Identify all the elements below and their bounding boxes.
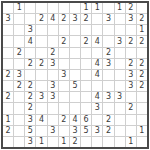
puzzle-grid: 1111232423233231422432222222343222334322… — [1, 1, 149, 149]
cell-r12c8[interactable] — [92, 137, 102, 147]
cell-r11c9[interactable]: 2 — [103, 126, 113, 136]
cell-r7c4[interactable]: 3 — [48, 81, 58, 91]
cell-r7c3[interactable] — [36, 81, 46, 91]
cell-r4c6[interactable] — [70, 48, 80, 58]
cell-r10c4[interactable] — [48, 115, 58, 125]
cell-r1c4[interactable]: 4 — [48, 14, 58, 24]
cell-r2c5[interactable] — [59, 25, 69, 35]
cell-r5c6[interactable] — [70, 59, 80, 69]
cell-r10c8[interactable] — [92, 115, 102, 125]
cell-r1c12[interactable]: 2 — [137, 14, 147, 24]
cell-r8c4[interactable]: 3 — [48, 92, 58, 102]
cell-r10c10[interactable] — [115, 115, 125, 125]
cell-r5c3[interactable]: 2 — [36, 59, 46, 69]
cell-r7c11[interactable]: 3 — [126, 81, 136, 91]
cell-r6c2[interactable] — [25, 70, 35, 80]
cell-r12c0[interactable] — [3, 137, 13, 147]
cell-r10c5[interactable]: 2 — [59, 115, 69, 125]
cell-r0c12[interactable] — [137, 3, 147, 13]
cell-r11c5[interactable] — [59, 126, 69, 136]
cell-r8c3[interactable]: 3 — [36, 92, 46, 102]
cell-r0c10[interactable]: 1 — [115, 3, 125, 13]
cell-r5c9[interactable]: 3 — [103, 59, 113, 69]
cell-r2c4[interactable] — [48, 25, 58, 35]
cell-r6c10[interactable] — [115, 70, 125, 80]
cell-r6c0[interactable]: 2 — [3, 70, 13, 80]
cell-r8c11[interactable] — [126, 92, 136, 102]
cell-r11c8[interactable]: 3 — [92, 126, 102, 136]
cell-r7c6[interactable]: 5 — [70, 81, 80, 91]
cell-r9c4[interactable] — [48, 103, 58, 113]
cell-r2c0[interactable] — [3, 25, 13, 35]
cell-r12c3[interactable]: 1 — [36, 137, 46, 147]
cell-r7c5[interactable] — [59, 81, 69, 91]
cell-r11c12[interactable]: 1 — [137, 126, 147, 136]
cell-r8c1[interactable] — [14, 92, 24, 102]
cell-r9c11[interactable]: 2 — [126, 103, 136, 113]
cell-r4c5[interactable] — [59, 48, 69, 58]
cell-r2c10[interactable] — [115, 25, 125, 35]
cell-r10c2[interactable]: 3 — [25, 115, 35, 125]
cell-r3c0[interactable] — [3, 36, 13, 46]
cell-r7c8[interactable] — [92, 81, 102, 91]
cell-r3c11[interactable]: 2 — [126, 36, 136, 46]
cell-r0c9[interactable] — [103, 3, 113, 13]
cell-r9c5[interactable] — [59, 103, 69, 113]
cell-r2c8[interactable] — [92, 25, 102, 35]
cell-r9c1[interactable] — [14, 103, 24, 113]
cell-r10c11[interactable] — [126, 115, 136, 125]
cell-r5c2[interactable]: 2 — [25, 59, 35, 69]
cell-r6c12[interactable]: 2 — [137, 70, 147, 80]
cell-r8c0[interactable]: 2 — [3, 92, 13, 102]
cell-r9c8[interactable]: 3 — [92, 103, 102, 113]
cell-r8c7[interactable] — [81, 92, 91, 102]
cell-r3c6[interactable] — [70, 36, 80, 46]
cell-r3c2[interactable]: 4 — [25, 36, 35, 46]
cell-r1c1[interactable] — [14, 14, 24, 24]
cell-r6c8[interactable]: 4 — [92, 70, 102, 80]
cell-r10c1[interactable] — [14, 115, 24, 125]
cell-r0c4[interactable] — [48, 3, 58, 13]
cell-r2c6[interactable] — [70, 25, 80, 35]
cell-r1c11[interactable]: 3 — [126, 14, 136, 24]
cell-r5c12[interactable]: 2 — [137, 59, 147, 69]
cell-r3c8[interactable]: 4 — [92, 36, 102, 46]
cell-r0c8[interactable]: 1 — [92, 3, 102, 13]
cell-r8c2[interactable]: 2 — [25, 92, 35, 102]
cell-r2c9[interactable] — [103, 25, 113, 35]
cell-r2c2[interactable]: 3 — [25, 25, 35, 35]
cell-r6c6[interactable] — [70, 70, 80, 80]
cell-r10c12[interactable] — [137, 115, 147, 125]
cell-r2c12[interactable]: 1 — [137, 25, 147, 35]
cell-r0c3[interactable] — [36, 3, 46, 13]
cell-r5c10[interactable] — [115, 59, 125, 69]
cell-r0c11[interactable]: 2 — [126, 3, 136, 13]
cell-r12c2[interactable]: 3 — [25, 137, 35, 147]
cell-r8c12[interactable] — [137, 92, 147, 102]
cell-r3c5[interactable]: 2 — [59, 36, 69, 46]
cell-r4c12[interactable] — [137, 48, 147, 58]
cell-r9c9[interactable] — [103, 103, 113, 113]
cell-r0c6[interactable] — [70, 3, 80, 13]
cell-r10c7[interactable]: 6 — [81, 115, 91, 125]
cell-r8c9[interactable]: 3 — [103, 92, 113, 102]
cell-r4c11[interactable] — [126, 48, 136, 58]
cell-r7c2[interactable]: 2 — [25, 81, 35, 91]
cell-r4c0[interactable] — [3, 48, 13, 58]
cell-r1c9[interactable]: 3 — [103, 14, 113, 24]
cell-r7c10[interactable] — [115, 81, 125, 91]
cell-r9c6[interactable] — [70, 103, 80, 113]
cell-r12c6[interactable]: 2 — [70, 137, 80, 147]
cell-r4c10[interactable] — [115, 48, 125, 58]
cell-r2c11[interactable] — [126, 25, 136, 35]
cell-r9c7[interactable] — [81, 103, 91, 113]
cell-r2c1[interactable] — [14, 25, 24, 35]
cell-r11c2[interactable]: 5 — [25, 126, 35, 136]
cell-r1c3[interactable]: 2 — [36, 14, 46, 24]
cell-r7c12[interactable]: 2 — [137, 81, 147, 91]
cell-r12c1[interactable] — [14, 137, 24, 147]
cell-r5c8[interactable]: 4 — [92, 59, 102, 69]
cell-r3c3[interactable] — [36, 36, 46, 46]
cell-r3c10[interactable]: 3 — [115, 36, 125, 46]
cell-r3c4[interactable] — [48, 36, 58, 46]
cell-r7c1[interactable]: 2 — [14, 81, 24, 91]
cell-r8c5[interactable] — [59, 92, 69, 102]
cell-r3c1[interactable] — [14, 36, 24, 46]
cell-r9c2[interactable]: 2 — [25, 103, 35, 113]
cell-r1c5[interactable]: 2 — [59, 14, 69, 24]
cell-r5c1[interactable] — [14, 59, 24, 69]
cell-r6c5[interactable]: 3 — [59, 70, 69, 80]
cell-r5c7[interactable] — [81, 59, 91, 69]
cell-r11c3[interactable] — [36, 126, 46, 136]
cell-r9c0[interactable] — [3, 103, 13, 113]
cell-r5c4[interactable]: 3 — [48, 59, 58, 69]
cell-r10c3[interactable]: 4 — [36, 115, 46, 125]
cell-r6c11[interactable]: 3 — [126, 70, 136, 80]
cell-r11c7[interactable]: 5 — [81, 126, 91, 136]
cell-r1c0[interactable]: 3 — [3, 14, 13, 24]
cell-r5c0[interactable] — [3, 59, 13, 69]
cell-r9c12[interactable] — [137, 103, 147, 113]
cell-r6c9[interactable] — [103, 70, 113, 80]
cell-r0c2[interactable] — [25, 3, 35, 13]
cell-r4c7[interactable] — [81, 48, 91, 58]
cell-r4c1[interactable]: 2 — [14, 48, 24, 58]
cell-r0c5[interactable] — [59, 3, 69, 13]
cell-r11c6[interactable]: 3 — [70, 126, 80, 136]
cell-r4c3[interactable] — [36, 48, 46, 58]
cell-r4c9[interactable]: 2 — [103, 48, 113, 58]
cell-r0c1[interactable]: 1 — [14, 3, 24, 13]
cell-r12c10[interactable] — [115, 137, 125, 147]
cell-r4c4[interactable]: 2 — [48, 48, 58, 58]
cell-r11c4[interactable]: 3 — [48, 126, 58, 136]
cell-r8c6[interactable] — [70, 92, 80, 102]
cell-r10c6[interactable]: 4 — [70, 115, 80, 125]
cell-r12c9[interactable] — [103, 137, 113, 147]
cell-r1c8[interactable] — [92, 14, 102, 24]
cell-r7c0[interactable] — [3, 81, 13, 91]
cell-r1c2[interactable] — [25, 14, 35, 24]
cell-r3c7[interactable]: 2 — [81, 36, 91, 46]
cell-r10c9[interactable]: 2 — [103, 115, 113, 125]
cell-r9c3[interactable] — [36, 103, 46, 113]
cell-r5c11[interactable]: 2 — [126, 59, 136, 69]
cell-r12c5[interactable]: 1 — [59, 137, 69, 147]
cell-r9c10[interactable] — [115, 103, 125, 113]
cell-r1c6[interactable]: 3 — [70, 14, 80, 24]
cell-r12c7[interactable] — [81, 137, 91, 147]
cell-r11c10[interactable] — [115, 126, 125, 136]
cell-r4c2[interactable] — [25, 48, 35, 58]
cell-r11c0[interactable]: 2 — [3, 126, 13, 136]
cell-r7c7[interactable] — [81, 81, 91, 91]
cell-r3c9[interactable] — [103, 36, 113, 46]
cell-r12c12[interactable] — [137, 137, 147, 147]
cell-r6c3[interactable] — [36, 70, 46, 80]
cell-r0c0[interactable] — [3, 3, 13, 13]
cell-r1c10[interactable] — [115, 14, 125, 24]
cell-r8c8[interactable]: 4 — [92, 92, 102, 102]
cell-r7c9[interactable] — [103, 81, 113, 91]
cell-r10c0[interactable]: 1 — [3, 115, 13, 125]
cell-r11c11[interactable] — [126, 126, 136, 136]
cell-r11c1[interactable] — [14, 126, 24, 136]
cell-r5c5[interactable] — [59, 59, 69, 69]
cell-r8c10[interactable]: 3 — [115, 92, 125, 102]
cell-r12c4[interactable] — [48, 137, 58, 147]
cell-r2c7[interactable] — [81, 25, 91, 35]
cell-r4c8[interactable] — [92, 48, 102, 58]
cell-r0c7[interactable]: 1 — [81, 3, 91, 13]
cell-r1c7[interactable]: 2 — [81, 14, 91, 24]
cell-r3c12[interactable]: 2 — [137, 36, 147, 46]
cell-r6c1[interactable]: 3 — [14, 70, 24, 80]
cell-r6c4[interactable] — [48, 70, 58, 80]
cell-r6c7[interactable] — [81, 70, 91, 80]
cell-r12c11[interactable]: 1 — [126, 137, 136, 147]
cell-r2c3[interactable] — [36, 25, 46, 35]
